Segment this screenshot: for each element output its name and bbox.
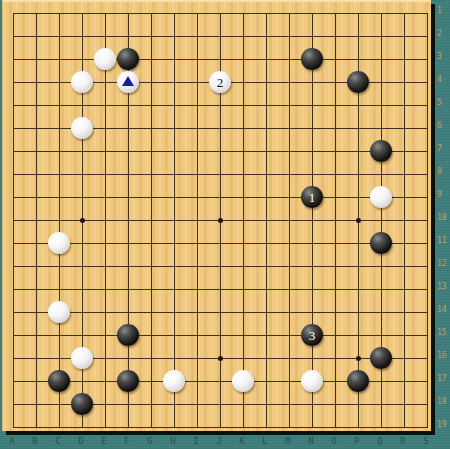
stone-white-j4[interactable]: 2 [209,71,231,93]
stone-white-n17[interactable] [301,370,323,392]
triangle-mark-icon [122,76,134,86]
column-label-m: M [280,436,296,446]
row-label-8: 8 [437,167,450,176]
stone-white-e3[interactable] [94,48,116,70]
column-label-j: J [211,436,227,446]
row-label-10: 10 [437,213,450,222]
stone-black-q11[interactable] [370,232,392,254]
row-label-11: 11 [437,236,450,245]
stone-black-n3[interactable] [301,48,323,70]
go-app-window: 132 ABCDEFGHIJKLMNOPQRS12345678910111213… [0,0,450,449]
column-label-r: R [395,436,411,446]
column-label-l: L [257,436,273,446]
column-label-f: F [119,436,135,446]
stone-white-d16[interactable] [71,347,93,369]
go-board[interactable]: 132 [2,0,431,431]
stone-black-f17[interactable] [117,370,139,392]
stone-white-c14[interactable] [48,301,70,323]
row-label-18: 18 [437,397,450,406]
stone-white-d6[interactable] [71,117,93,139]
column-label-q: Q [372,436,388,446]
column-label-p: P [349,436,365,446]
column-label-i: I [188,436,204,446]
row-label-16: 16 [437,351,450,360]
stone-black-f3[interactable] [117,48,139,70]
star-point [218,356,223,361]
row-label-14: 14 [437,305,450,314]
stone-white-c11[interactable] [48,232,70,254]
board-grid-line-horizontal [13,312,428,313]
stone-white-d4[interactable] [71,71,93,93]
row-label-9: 9 [437,190,450,199]
stone-black-p4[interactable] [347,71,369,93]
stone-black-n9[interactable]: 1 [301,186,323,208]
board-grid-line-horizontal [13,289,428,290]
stone-black-c17[interactable] [48,370,70,392]
row-label-1: 1 [437,6,450,15]
column-label-n: N [303,436,319,446]
column-label-a: A [4,436,20,446]
row-label-17: 17 [437,374,450,383]
row-label-4: 4 [437,75,450,84]
stone-white-h17[interactable] [163,370,185,392]
column-label-d: D [73,436,89,446]
star-point [356,218,361,223]
move-number-label: 3 [309,329,316,342]
column-label-g: G [142,436,158,446]
board-grid-line-vertical [266,13,267,428]
stone-white-k17[interactable] [232,370,254,392]
star-point [218,218,223,223]
stone-black-q16[interactable] [370,347,392,369]
board-grid-line-vertical [312,13,313,428]
board-grid-line-horizontal [13,243,428,244]
stone-black-f15[interactable] [117,324,139,346]
column-label-b: B [27,436,43,446]
stone-black-d18[interactable] [71,393,93,415]
move-number-label: 2 [217,76,224,89]
board-grid-line-horizontal [13,266,428,267]
stone-white-f4[interactable] [117,71,139,93]
star-point [356,356,361,361]
stone-white-q9[interactable] [370,186,392,208]
row-label-5: 5 [437,98,450,107]
column-label-c: C [50,436,66,446]
board-grid-line-horizontal [13,427,428,428]
row-label-15: 15 [437,328,450,337]
move-number-label: 1 [309,191,316,204]
column-label-s: S [418,436,434,446]
row-label-12: 12 [437,259,450,268]
column-label-e: E [96,436,112,446]
row-label-13: 13 [437,282,450,291]
row-label-3: 3 [437,52,450,61]
row-label-7: 7 [437,144,450,153]
board-grid-line-vertical [289,13,290,428]
board-grid-line-vertical [427,13,428,428]
stone-black-p17[interactable] [347,370,369,392]
column-label-k: K [234,436,250,446]
board-grid-line-vertical [404,13,405,428]
stone-black-q7[interactable] [370,140,392,162]
row-label-19: 19 [437,420,450,429]
board-grid-line-vertical [335,13,336,428]
column-label-h: H [165,436,181,446]
stone-black-n15[interactable]: 3 [301,324,323,346]
column-label-o: O [326,436,342,446]
row-label-2: 2 [437,29,450,38]
star-point [80,218,85,223]
board-grid-line-horizontal [13,335,428,336]
row-label-6: 6 [437,121,450,130]
board-grid-line-vertical [243,13,244,428]
